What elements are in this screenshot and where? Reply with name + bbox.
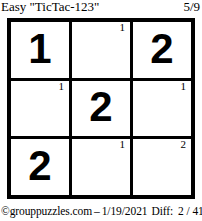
cell-r2c3[interactable]: 1	[133, 81, 191, 137]
cell-r2c2: 2	[72, 81, 130, 137]
cell-r1c1: 1	[11, 22, 69, 78]
cell-clue: 1	[120, 139, 126, 150]
footer-dash: –	[94, 205, 100, 217]
diff-value: 2 / 41	[178, 205, 202, 217]
cell-clue: 2	[181, 139, 187, 150]
footer-date: 1/19/2021	[102, 205, 148, 217]
copyright-text: ©grouppuzzles.com	[1, 205, 92, 217]
cell-r3c1: 2	[11, 139, 69, 195]
cell-r2c1[interactable]: 1	[11, 81, 69, 137]
cell-value: 2	[150, 28, 173, 72]
cell-clue: 1	[120, 22, 126, 33]
puzzle-page: Easy "TicTac-123" 5/9 112121212 ©grouppu…	[0, 0, 202, 221]
cell-value: 2	[28, 145, 51, 189]
puzzle-footer: ©grouppuzzles.com–1/19/2021Diff:2 / 41	[1, 205, 202, 218]
cell-r3c3[interactable]: 2	[133, 139, 191, 195]
cell-r1c3: 2	[133, 22, 191, 78]
puzzle-header: Easy "TicTac-123" 5/9	[1, 0, 200, 16]
puzzle-grid: 112121212	[7, 18, 195, 199]
cell-clue: 1	[181, 81, 187, 92]
cell-value: 1	[28, 28, 51, 72]
cell-value: 2	[89, 86, 112, 130]
puzzle-title: Easy "TicTac-123"	[1, 0, 99, 14]
cell-r1c2[interactable]: 1	[72, 22, 130, 78]
cell-clue: 1	[59, 81, 65, 92]
diff-label: Diff:	[151, 205, 173, 217]
puzzle-counter: 5/9	[183, 0, 200, 14]
cell-r3c2[interactable]: 1	[72, 139, 130, 195]
